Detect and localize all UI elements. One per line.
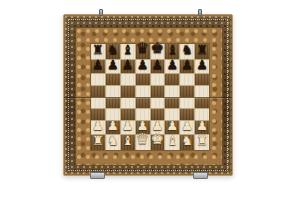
photo-canvas: ♜♞♝♛♚♝♞♜♟♟♟♟♟♟♟♟♟♟♟♟♟♟♟♟♜♞♝♛♚♝♞♜ bbox=[0, 0, 300, 200]
square-e1[interactable]: ♚ bbox=[151, 135, 165, 150]
square-f4[interactable] bbox=[165, 98, 179, 109]
square-b5[interactable] bbox=[106, 86, 120, 97]
piece-white-rook[interactable]: ♜ bbox=[92, 134, 104, 147]
square-b4[interactable] bbox=[106, 98, 120, 109]
square-a4[interactable] bbox=[91, 98, 105, 109]
piece-white-pawn[interactable]: ♟ bbox=[122, 119, 134, 132]
chess-box: ♜♞♝♛♚♝♞♜♟♟♟♟♟♟♟♟♟♟♟♟♟♟♟♟♜♞♝♛♚♝♞♜ bbox=[63, 14, 233, 176]
hinge-left-icon bbox=[99, 9, 103, 16]
piece-white-king[interactable]: ♚ bbox=[151, 132, 164, 147]
piece-white-bishop[interactable]: ♝ bbox=[166, 134, 178, 147]
piece-white-knight[interactable]: ♞ bbox=[107, 134, 119, 147]
square-g1[interactable]: ♞ bbox=[180, 135, 194, 150]
hinge-right-icon bbox=[198, 9, 202, 16]
square-g7[interactable]: ♟ bbox=[180, 60, 194, 73]
piece-black-rook[interactable]: ♜ bbox=[92, 43, 104, 56]
square-h5[interactable] bbox=[195, 86, 209, 97]
piece-black-queen[interactable]: ♛ bbox=[136, 41, 149, 56]
square-b6[interactable] bbox=[106, 74, 120, 85]
fold-seam bbox=[64, 97, 232, 98]
square-a1[interactable]: ♜ bbox=[91, 135, 105, 150]
square-f6[interactable] bbox=[165, 74, 179, 85]
piece-white-rook[interactable]: ♜ bbox=[196, 134, 208, 147]
square-c4[interactable] bbox=[121, 98, 135, 109]
piece-black-bishop[interactable]: ♝ bbox=[166, 43, 178, 56]
square-f5[interactable] bbox=[165, 86, 179, 97]
piece-black-pawn[interactable]: ♟ bbox=[181, 58, 193, 71]
piece-black-pawn[interactable]: ♟ bbox=[107, 58, 119, 71]
square-e7[interactable]: ♟ bbox=[151, 60, 165, 73]
piece-white-pawn[interactable]: ♟ bbox=[92, 119, 104, 132]
piece-white-queen[interactable]: ♛ bbox=[136, 132, 149, 147]
square-d4[interactable] bbox=[136, 98, 150, 109]
piece-black-pawn[interactable]: ♟ bbox=[92, 58, 104, 71]
piece-black-pawn[interactable]: ♟ bbox=[196, 58, 208, 71]
piece-white-bishop[interactable]: ♝ bbox=[122, 134, 134, 147]
clasp-right-icon[interactable] bbox=[193, 172, 208, 179]
square-g6[interactable] bbox=[180, 74, 194, 85]
square-b1[interactable]: ♞ bbox=[106, 135, 120, 150]
piece-white-pawn[interactable]: ♟ bbox=[107, 119, 119, 132]
piece-white-pawn[interactable]: ♟ bbox=[181, 119, 193, 132]
square-a6[interactable] bbox=[91, 74, 105, 85]
square-h1[interactable]: ♜ bbox=[195, 135, 209, 150]
square-g5[interactable] bbox=[180, 86, 194, 97]
piece-black-pawn[interactable]: ♟ bbox=[166, 58, 178, 71]
square-e6[interactable] bbox=[151, 74, 165, 85]
piece-black-bishop[interactable]: ♝ bbox=[122, 43, 134, 56]
piece-black-rook[interactable]: ♜ bbox=[196, 43, 208, 56]
square-d6[interactable] bbox=[136, 74, 150, 85]
square-e5[interactable] bbox=[151, 86, 165, 97]
piece-black-knight[interactable]: ♞ bbox=[181, 43, 193, 56]
square-e4[interactable] bbox=[151, 98, 165, 109]
square-c1[interactable]: ♝ bbox=[121, 135, 135, 150]
piece-black-pawn[interactable]: ♟ bbox=[152, 58, 164, 71]
piece-black-pawn[interactable]: ♟ bbox=[122, 58, 134, 71]
piece-black-pawn[interactable]: ♟ bbox=[137, 58, 149, 71]
piece-white-pawn[interactable]: ♟ bbox=[196, 119, 208, 132]
square-d5[interactable] bbox=[136, 86, 150, 97]
square-f1[interactable]: ♝ bbox=[165, 135, 179, 150]
square-h7[interactable]: ♟ bbox=[195, 60, 209, 73]
square-a7[interactable]: ♟ bbox=[91, 60, 105, 73]
square-a5[interactable] bbox=[91, 86, 105, 97]
square-d7[interactable]: ♟ bbox=[136, 60, 150, 73]
square-c5[interactable] bbox=[121, 86, 135, 97]
piece-black-king[interactable]: ♚ bbox=[151, 41, 164, 56]
square-h6[interactable] bbox=[195, 74, 209, 85]
square-h4[interactable] bbox=[195, 98, 209, 109]
piece-black-knight[interactable]: ♞ bbox=[107, 43, 119, 56]
piece-white-knight[interactable]: ♞ bbox=[181, 134, 193, 147]
square-d1[interactable]: ♛ bbox=[136, 135, 150, 150]
square-f7[interactable]: ♟ bbox=[165, 60, 179, 73]
square-c7[interactable]: ♟ bbox=[121, 60, 135, 73]
square-g4[interactable] bbox=[180, 98, 194, 109]
piece-white-pawn[interactable]: ♟ bbox=[166, 119, 178, 132]
square-c6[interactable] bbox=[121, 74, 135, 85]
clasp-left-icon[interactable] bbox=[90, 172, 105, 179]
square-b7[interactable]: ♟ bbox=[106, 60, 120, 73]
